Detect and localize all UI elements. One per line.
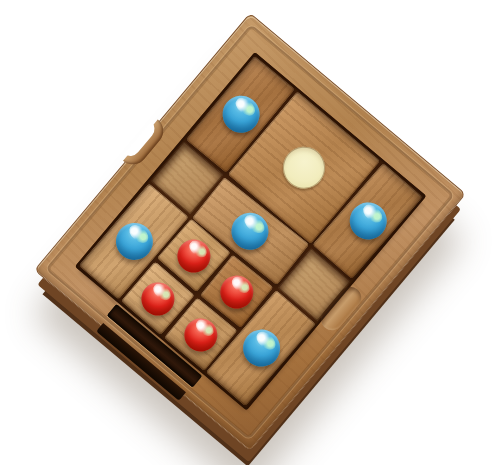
blue-dot [341, 195, 393, 247]
cream-dot [274, 138, 333, 197]
red-dot [135, 275, 182, 322]
red-dot [213, 268, 259, 314]
puzzle-box [34, 13, 466, 452]
red-dot [171, 233, 218, 280]
red-dot [177, 311, 223, 357]
blue-dot [235, 322, 287, 374]
blue-dot [108, 216, 160, 268]
product-photo-stage [0, 0, 500, 465]
blue-dot [225, 205, 277, 257]
blue-dot [215, 88, 267, 140]
